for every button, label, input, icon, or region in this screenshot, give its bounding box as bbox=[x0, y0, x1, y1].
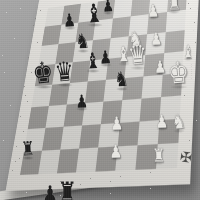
white-pawn-d2[interactable]: ♟ bbox=[153, 58, 167, 75]
white-pawn-h3[interactable]: ♟ bbox=[108, 142, 123, 160]
board-corner-emblem-icon: ✠ bbox=[177, 148, 195, 166]
black-bishop-b5[interactable]: ♝ bbox=[83, 0, 105, 27]
white-rook-h1[interactable]: ♜ bbox=[151, 146, 166, 164]
captured-black-rook[interactable]: ♜ bbox=[56, 179, 78, 200]
black-king-e8[interactable]: ♚ bbox=[29, 58, 55, 90]
black-knight-e4[interactable]: ♞ bbox=[113, 69, 130, 90]
white-pawn-c2[interactable]: ♟ bbox=[149, 30, 163, 47]
white-queen-d3[interactable]: ♛ bbox=[126, 41, 149, 69]
black-bishop-d6[interactable]: ♝ bbox=[83, 50, 101, 73]
white-rook-a1[interactable]: ♜ bbox=[166, 0, 182, 13]
white-knight-g1[interactable]: ♞ bbox=[170, 112, 186, 132]
chessboard-photo: ♟♝♟♞♟♛♝♚♞♟♜♜♟♟♞♝♛♟♚♟♟♞♟♜♝♟♜ ✠ ······· bbox=[0, 0, 200, 200]
white-pawn-g2[interactable]: ♟ bbox=[154, 112, 169, 130]
white-pawn-b2[interactable]: ♟ bbox=[146, 2, 160, 19]
black-pawn-f6[interactable]: ♟ bbox=[74, 92, 89, 110]
black-rook-h8[interactable]: ♜ bbox=[20, 139, 36, 159]
board-brand-text: ······· bbox=[187, 52, 194, 92]
white-pawn-g4[interactable]: ♟ bbox=[109, 114, 124, 132]
pieces-layer: ♟♝♟♞♟♛♝♚♞♟♜♜♟♟♞♝♛♟♚♟♟♞♟♜♝♟♜ bbox=[0, 0, 200, 200]
black-pawn-b7[interactable]: ♟ bbox=[62, 11, 77, 30]
black-queen-d7[interactable]: ♛ bbox=[52, 58, 75, 87]
